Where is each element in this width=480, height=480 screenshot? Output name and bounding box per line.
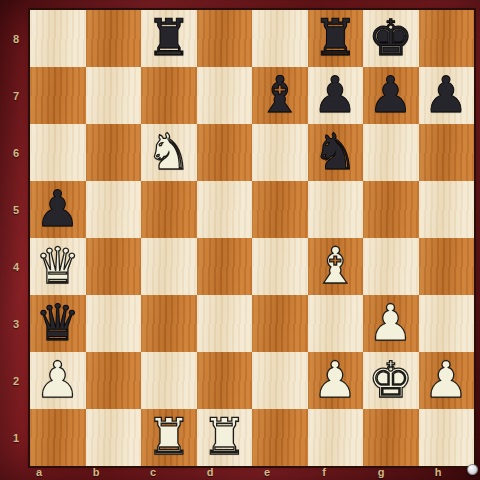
chess-board-frame: ♜♜♚♝♟♟♟♞♞♟♛♝♛♟♟♟♚♟♜♜ 87654321 abcdefgh [0, 0, 480, 480]
square-f2[interactable]: ♟ [308, 352, 364, 409]
square-a5[interactable]: ♟ [30, 181, 86, 238]
square-h8[interactable] [419, 10, 475, 67]
square-c6[interactable]: ♞ [141, 124, 197, 181]
square-d2[interactable] [197, 352, 253, 409]
square-d5[interactable] [197, 181, 253, 238]
white-knight[interactable]: ♞ [146, 127, 191, 177]
square-a8[interactable] [30, 10, 86, 67]
white-pawn[interactable]: ♟ [313, 355, 358, 405]
rank-label-8: 8 [9, 32, 23, 46]
square-g8[interactable]: ♚ [363, 10, 419, 67]
square-a7[interactable] [30, 67, 86, 124]
square-c5[interactable] [141, 181, 197, 238]
white-king[interactable]: ♚ [368, 355, 413, 405]
square-g4[interactable] [363, 238, 419, 295]
file-label-b: b [89, 465, 103, 479]
black-pawn[interactable]: ♟ [368, 70, 413, 120]
file-label-d: d [203, 465, 217, 479]
square-e2[interactable] [252, 352, 308, 409]
square-f4[interactable]: ♝ [308, 238, 364, 295]
square-d8[interactable] [197, 10, 253, 67]
square-c3[interactable] [141, 295, 197, 352]
square-b3[interactable] [86, 295, 142, 352]
square-g2[interactable]: ♚ [363, 352, 419, 409]
square-h4[interactable] [419, 238, 475, 295]
square-g7[interactable]: ♟ [363, 67, 419, 124]
square-a1[interactable] [30, 409, 86, 466]
black-rook[interactable]: ♜ [146, 13, 191, 63]
square-f5[interactable] [308, 181, 364, 238]
square-d3[interactable] [197, 295, 253, 352]
square-b8[interactable] [86, 10, 142, 67]
square-g5[interactable] [363, 181, 419, 238]
rank-label-6: 6 [9, 146, 23, 160]
white-rook[interactable]: ♜ [202, 412, 247, 462]
square-e7[interactable]: ♝ [252, 67, 308, 124]
square-c4[interactable] [141, 238, 197, 295]
square-a3[interactable]: ♛ [30, 295, 86, 352]
square-f1[interactable] [308, 409, 364, 466]
white-rook[interactable]: ♜ [146, 412, 191, 462]
square-a4[interactable]: ♛ [30, 238, 86, 295]
white-bishop[interactable]: ♝ [313, 241, 358, 291]
square-d6[interactable] [197, 124, 253, 181]
chess-board: ♜♜♚♝♟♟♟♞♞♟♛♝♛♟♟♟♚♟♜♜ [30, 10, 474, 466]
file-label-e: e [260, 465, 274, 479]
square-h5[interactable] [419, 181, 475, 238]
black-knight[interactable]: ♞ [313, 127, 358, 177]
black-pawn[interactable]: ♟ [35, 184, 80, 234]
square-e8[interactable] [252, 10, 308, 67]
rank-label-1: 1 [9, 431, 23, 445]
square-f3[interactable] [308, 295, 364, 352]
square-d7[interactable] [197, 67, 253, 124]
file-label-g: g [374, 465, 388, 479]
square-f7[interactable]: ♟ [308, 67, 364, 124]
square-e1[interactable] [252, 409, 308, 466]
black-bishop[interactable]: ♝ [257, 70, 302, 120]
white-pawn[interactable]: ♟ [424, 355, 469, 405]
square-g6[interactable] [363, 124, 419, 181]
square-b6[interactable] [86, 124, 142, 181]
square-b4[interactable] [86, 238, 142, 295]
square-h7[interactable]: ♟ [419, 67, 475, 124]
square-d1[interactable]: ♜ [197, 409, 253, 466]
square-b1[interactable] [86, 409, 142, 466]
square-h2[interactable]: ♟ [419, 352, 475, 409]
square-e6[interactable] [252, 124, 308, 181]
black-queen[interactable]: ♛ [35, 298, 80, 348]
rank-label-2: 2 [9, 374, 23, 388]
black-pawn[interactable]: ♟ [424, 70, 469, 120]
square-f6[interactable]: ♞ [308, 124, 364, 181]
file-label-f: f [317, 465, 331, 479]
square-a6[interactable] [30, 124, 86, 181]
square-h3[interactable] [419, 295, 475, 352]
square-c1[interactable]: ♜ [141, 409, 197, 466]
square-b5[interactable] [86, 181, 142, 238]
square-c7[interactable] [141, 67, 197, 124]
square-g3[interactable]: ♟ [363, 295, 419, 352]
square-a2[interactable]: ♟ [30, 352, 86, 409]
square-b7[interactable] [86, 67, 142, 124]
square-c2[interactable] [141, 352, 197, 409]
black-pawn[interactable]: ♟ [313, 70, 358, 120]
square-e5[interactable] [252, 181, 308, 238]
square-h6[interactable] [419, 124, 475, 181]
square-b2[interactable] [86, 352, 142, 409]
rank-label-5: 5 [9, 203, 23, 217]
square-e4[interactable] [252, 238, 308, 295]
square-e3[interactable] [252, 295, 308, 352]
square-d4[interactable] [197, 238, 253, 295]
square-h1[interactable] [419, 409, 475, 466]
file-label-c: c [146, 465, 160, 479]
rank-label-7: 7 [9, 89, 23, 103]
rank-label-4: 4 [9, 260, 23, 274]
square-f8[interactable]: ♜ [308, 10, 364, 67]
file-label-a: a [32, 465, 46, 479]
white-pawn[interactable]: ♟ [368, 298, 413, 348]
square-g1[interactable] [363, 409, 419, 466]
square-c8[interactable]: ♜ [141, 10, 197, 67]
file-label-h: h [431, 465, 445, 479]
rank-label-3: 3 [9, 317, 23, 331]
white-queen[interactable]: ♛ [35, 241, 80, 291]
white-pawn[interactable]: ♟ [35, 355, 80, 405]
black-rook[interactable]: ♜ [313, 13, 358, 63]
black-king[interactable]: ♚ [368, 13, 413, 63]
white-to-move-indicator [467, 464, 478, 475]
